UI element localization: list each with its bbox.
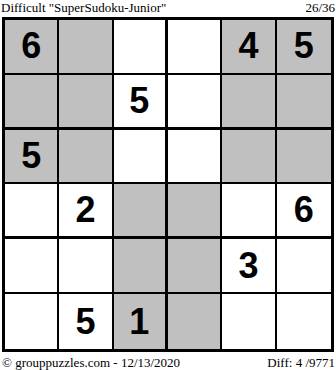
cell-r2c1-empty[interactable] bbox=[5, 75, 59, 130]
cell-r6c1-empty[interactable] bbox=[5, 294, 59, 349]
cell-counter: 26/36 bbox=[305, 1, 335, 15]
sudoku-board: 6455526351 bbox=[2, 17, 334, 352]
cell-r3c4-empty[interactable] bbox=[168, 130, 222, 185]
cell-r2c5-empty[interactable] bbox=[222, 75, 276, 130]
puzzle-page: Difficult "SuperSudoku-Junior" 26/36 645… bbox=[0, 0, 336, 370]
cell-r4c4-empty[interactable] bbox=[168, 184, 222, 239]
cell-r1c6-given: 5 bbox=[277, 20, 331, 75]
cell-r5c2-empty[interactable] bbox=[59, 239, 113, 294]
cell-r1c5-given: 4 bbox=[222, 20, 276, 75]
cell-r3c3-empty[interactable] bbox=[114, 130, 168, 185]
cell-r1c2-empty[interactable] bbox=[59, 20, 113, 75]
cell-r3c6-empty[interactable] bbox=[277, 130, 331, 185]
cell-r6c4-empty[interactable] bbox=[168, 294, 222, 349]
cell-r5c6-empty[interactable] bbox=[277, 239, 331, 294]
cell-r4c1-empty[interactable] bbox=[5, 184, 59, 239]
cell-r5c1-empty[interactable] bbox=[5, 239, 59, 294]
difficulty-text: Diff: 4 /9771 bbox=[267, 356, 335, 370]
cell-r2c6-empty[interactable] bbox=[277, 75, 331, 130]
cell-r6c2-given: 5 bbox=[59, 294, 113, 349]
cell-r4c2-given: 2 bbox=[59, 184, 113, 239]
cell-r3c5-empty[interactable] bbox=[222, 130, 276, 185]
cell-r5c3-empty[interactable] bbox=[114, 239, 168, 294]
cell-r3c2-empty[interactable] bbox=[59, 130, 113, 185]
cell-r6c3-given: 1 bbox=[114, 294, 168, 349]
cell-r6c6-empty[interactable] bbox=[277, 294, 331, 349]
cell-r1c3-empty[interactable] bbox=[114, 20, 168, 75]
footer: © grouppuzzles.com - 12/13/2020 Diff: 4 … bbox=[0, 356, 336, 370]
cell-r4c5-empty[interactable] bbox=[222, 184, 276, 239]
cell-r1c1-given: 6 bbox=[5, 20, 59, 75]
cell-r3c1-given: 5 bbox=[5, 130, 59, 185]
cell-r4c6-given: 6 bbox=[277, 184, 331, 239]
cell-r1c4-empty[interactable] bbox=[168, 20, 222, 75]
cell-r5c4-empty[interactable] bbox=[168, 239, 222, 294]
copyright-text: © grouppuzzles.com - 12/13/2020 bbox=[2, 356, 180, 370]
cell-r2c3-given: 5 bbox=[114, 75, 168, 130]
cell-r2c2-empty[interactable] bbox=[59, 75, 113, 130]
cell-r2c4-empty[interactable] bbox=[168, 75, 222, 130]
header: Difficult "SuperSudoku-Junior" 26/36 bbox=[0, 0, 336, 15]
puzzle-title: Difficult "SuperSudoku-Junior" bbox=[1, 1, 166, 15]
cell-r5c5-given: 3 bbox=[222, 239, 276, 294]
cell-r6c5-empty[interactable] bbox=[222, 294, 276, 349]
cell-r4c3-empty[interactable] bbox=[114, 184, 168, 239]
